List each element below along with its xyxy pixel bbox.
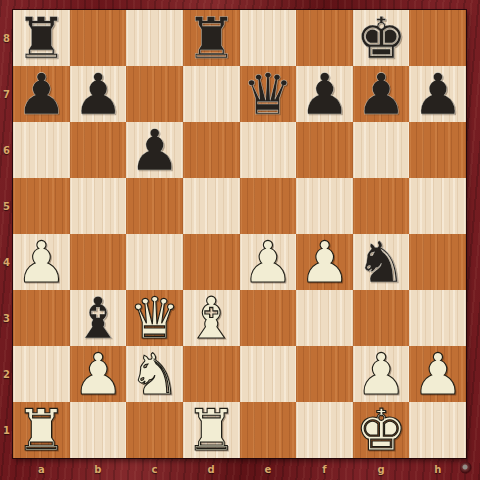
square-c3[interactable]: ♛	[126, 290, 183, 346]
file-label-c: c	[152, 464, 158, 475]
piece-white-knight[interactable]: ♞	[129, 346, 180, 402]
file-label-f: f	[322, 464, 326, 475]
square-f7[interactable]: ♟	[296, 66, 353, 122]
file-label-e: e	[264, 464, 271, 475]
piece-black-bishop[interactable]: ♝	[72, 290, 123, 346]
square-d7[interactable]	[183, 66, 240, 122]
chess-board: ♜♜♚♟♟♛♟♟♟♟♟♟♟♞♝♛♝♟♞♟♟♜♜♚	[13, 10, 466, 458]
piece-black-pawn[interactable]: ♟	[356, 66, 407, 122]
square-e6[interactable]	[240, 122, 297, 178]
rank-label-6: 6	[3, 145, 10, 156]
piece-white-pawn[interactable]: ♟	[299, 234, 350, 290]
square-a6[interactable]	[13, 122, 70, 178]
file-label-a: a	[38, 464, 45, 475]
square-b5[interactable]	[70, 178, 127, 234]
square-c1[interactable]	[126, 402, 183, 458]
square-a3[interactable]	[13, 290, 70, 346]
piece-black-pawn[interactable]: ♟	[72, 66, 123, 122]
square-d4[interactable]	[183, 234, 240, 290]
square-e2[interactable]	[240, 346, 297, 402]
square-f2[interactable]	[296, 346, 353, 402]
rank-label-8: 8	[3, 33, 10, 44]
square-h3[interactable]	[409, 290, 466, 346]
square-f3[interactable]	[296, 290, 353, 346]
piece-white-pawn[interactable]: ♟	[356, 346, 407, 402]
square-c2[interactable]: ♞	[126, 346, 183, 402]
rank-label-1: 1	[3, 425, 10, 436]
square-h4[interactable]	[409, 234, 466, 290]
square-c5[interactable]	[126, 178, 183, 234]
file-label-d: d	[208, 464, 215, 475]
piece-black-pawn[interactable]: ♟	[412, 66, 463, 122]
square-g4[interactable]: ♞	[353, 234, 410, 290]
square-g8[interactable]: ♚	[353, 10, 410, 66]
square-e5[interactable]	[240, 178, 297, 234]
square-b7[interactable]: ♟	[70, 66, 127, 122]
square-e4[interactable]: ♟	[240, 234, 297, 290]
square-d8[interactable]: ♜	[183, 10, 240, 66]
square-h2[interactable]: ♟	[409, 346, 466, 402]
square-d3[interactable]: ♝	[183, 290, 240, 346]
piece-black-king[interactable]: ♚	[356, 10, 407, 66]
square-g2[interactable]: ♟	[353, 346, 410, 402]
square-d6[interactable]	[183, 122, 240, 178]
file-label-h: h	[434, 464, 441, 475]
piece-white-rook[interactable]: ♜	[186, 402, 237, 458]
square-c8[interactable]	[126, 10, 183, 66]
rank-label-2: 2	[3, 369, 10, 380]
piece-white-queen[interactable]: ♛	[129, 290, 180, 346]
square-c4[interactable]	[126, 234, 183, 290]
square-a7[interactable]: ♟	[13, 66, 70, 122]
square-f8[interactable]	[296, 10, 353, 66]
piece-black-knight[interactable]: ♞	[356, 234, 407, 290]
square-e3[interactable]	[240, 290, 297, 346]
square-a2[interactable]	[13, 346, 70, 402]
square-g3[interactable]	[353, 290, 410, 346]
piece-white-pawn[interactable]: ♟	[16, 234, 67, 290]
piece-black-rook[interactable]: ♜	[16, 10, 67, 66]
file-label-b: b	[94, 464, 101, 475]
piece-white-pawn[interactable]: ♟	[242, 234, 293, 290]
square-c7[interactable]	[126, 66, 183, 122]
square-e8[interactable]	[240, 10, 297, 66]
rank-label-7: 7	[3, 89, 10, 100]
square-b4[interactable]	[70, 234, 127, 290]
piece-black-pawn[interactable]: ♟	[299, 66, 350, 122]
square-f1[interactable]	[296, 402, 353, 458]
square-a1[interactable]: ♜	[13, 402, 70, 458]
corner-screw-decoration	[460, 462, 472, 474]
square-g7[interactable]: ♟	[353, 66, 410, 122]
square-h5[interactable]	[409, 178, 466, 234]
square-a8[interactable]: ♜	[13, 10, 70, 66]
square-f6[interactable]	[296, 122, 353, 178]
piece-black-rook[interactable]: ♜	[186, 10, 237, 66]
square-e7[interactable]: ♛	[240, 66, 297, 122]
square-a5[interactable]	[13, 178, 70, 234]
square-h7[interactable]: ♟	[409, 66, 466, 122]
square-e1[interactable]	[240, 402, 297, 458]
chess-board-frame: ♜♜♚♟♟♛♟♟♟♟♟♟♟♞♝♛♝♟♞♟♟♜♜♚ 87654321abcdefg…	[0, 0, 480, 480]
square-b8[interactable]	[70, 10, 127, 66]
piece-black-pawn[interactable]: ♟	[129, 122, 180, 178]
piece-white-bishop[interactable]: ♝	[186, 290, 237, 346]
square-a4[interactable]: ♟	[13, 234, 70, 290]
square-h1[interactable]	[409, 402, 466, 458]
square-f5[interactable]	[296, 178, 353, 234]
square-h6[interactable]	[409, 122, 466, 178]
piece-white-pawn[interactable]: ♟	[412, 346, 463, 402]
piece-white-rook[interactable]: ♜	[16, 402, 67, 458]
square-b1[interactable]	[70, 402, 127, 458]
piece-black-pawn[interactable]: ♟	[16, 66, 67, 122]
square-b3[interactable]: ♝	[70, 290, 127, 346]
square-d2[interactable]	[183, 346, 240, 402]
square-d5[interactable]	[183, 178, 240, 234]
square-b2[interactable]: ♟	[70, 346, 127, 402]
square-g5[interactable]	[353, 178, 410, 234]
rank-label-4: 4	[3, 257, 10, 268]
square-b6[interactable]	[70, 122, 127, 178]
square-f4[interactable]: ♟	[296, 234, 353, 290]
square-h8[interactable]	[409, 10, 466, 66]
piece-black-queen[interactable]: ♛	[242, 66, 293, 122]
piece-white-pawn[interactable]: ♟	[72, 346, 123, 402]
rank-label-5: 5	[3, 201, 10, 212]
square-g6[interactable]	[353, 122, 410, 178]
square-d1[interactable]: ♜	[183, 402, 240, 458]
file-label-g: g	[377, 464, 384, 475]
piece-white-king[interactable]: ♚	[356, 402, 407, 458]
square-c6[interactable]: ♟	[126, 122, 183, 178]
square-g1[interactable]: ♚	[353, 402, 410, 458]
rank-label-3: 3	[3, 313, 10, 324]
